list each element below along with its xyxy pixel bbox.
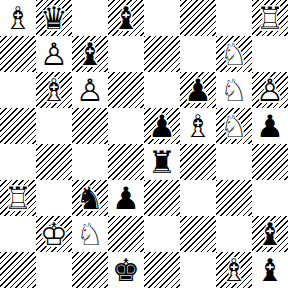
square-c6[interactable]: ♟♙ [72,72,108,108]
square-c5[interactable] [72,108,108,144]
white-rook-icon: ♖ [252,0,288,36]
square-g4[interactable] [216,144,252,180]
square-c2[interactable]: ♞♘ [72,216,108,252]
square-b2[interactable]: ♚♔ [36,216,72,252]
square-e6[interactable] [144,72,180,108]
square-e8[interactable] [144,0,180,36]
square-b5[interactable] [36,108,72,144]
square-c7[interactable]: ♝♝ [72,36,108,72]
black-pawn-icon: ♟ [108,180,144,216]
chess-diagram: ♝♗♛♛♝♝♜♖♟♙♝♝♞♘♝♗♟♙♟♟♞♘♟♙♟♟♝♗♞♘♟♟♜♜♜♖♞♞♟♟… [0,0,288,288]
square-a2[interactable] [0,216,36,252]
white-knight-c2[interactable]: ♞♘ [72,216,108,252]
square-g5[interactable]: ♞♘ [216,108,252,144]
square-d2[interactable] [108,216,144,252]
white-knight-icon: ♘ [216,72,252,108]
white-pawn-c6[interactable]: ♟♙ [72,72,108,108]
square-h8[interactable]: ♜♖ [252,0,288,36]
black-king-icon: ♚ [108,252,144,288]
square-c8[interactable] [72,0,108,36]
square-h4[interactable] [252,144,288,180]
white-bishop-icon: ♗ [0,0,36,36]
square-a3[interactable]: ♜♖ [0,180,36,216]
square-g2[interactable] [216,216,252,252]
square-g1[interactable]: ♝♗ [216,252,252,288]
square-d1[interactable]: ♚♚ [108,252,144,288]
square-e1[interactable] [144,252,180,288]
white-king-b2[interactable]: ♚♔ [36,216,72,252]
square-a7[interactable] [0,36,36,72]
white-knight-icon: ♘ [72,216,108,252]
black-queen-b8[interactable]: ♛♛ [36,0,72,36]
square-h5[interactable]: ♟♟ [252,108,288,144]
white-bishop-f5[interactable]: ♝♗ [180,108,216,144]
square-c1[interactable] [72,252,108,288]
square-e5[interactable]: ♟♟ [144,108,180,144]
white-knight-g6[interactable]: ♞♘ [216,72,252,108]
square-d4[interactable] [108,144,144,180]
square-b7[interactable]: ♟♙ [36,36,72,72]
black-king-d1[interactable]: ♚♚ [108,252,144,288]
square-f1[interactable] [180,252,216,288]
square-h6[interactable]: ♟♙ [252,72,288,108]
square-b1[interactable] [36,252,72,288]
black-bishop-h1[interactable]: ♝♝ [252,252,288,288]
black-pawn-icon: ♟ [144,108,180,144]
square-h2[interactable]: ♝♝ [252,216,288,252]
black-pawn-h5[interactable]: ♟♟ [252,108,288,144]
square-f3[interactable] [180,180,216,216]
square-b4[interactable] [36,144,72,180]
square-a4[interactable] [0,144,36,180]
black-bishop-icon: ♝ [252,216,288,252]
square-f6[interactable]: ♟♟ [180,72,216,108]
square-a8[interactable]: ♝♗ [0,0,36,36]
square-e2[interactable] [144,216,180,252]
white-knight-g7[interactable]: ♞♘ [216,36,252,72]
white-bishop-g1[interactable]: ♝♗ [216,252,252,288]
square-e4[interactable]: ♜♜ [144,144,180,180]
black-bishop-icon: ♝ [252,252,288,288]
white-pawn-h6[interactable]: ♟♙ [252,72,288,108]
black-pawn-icon: ♟ [252,108,288,144]
black-bishop-c7[interactable]: ♝♝ [72,36,108,72]
square-h3[interactable] [252,180,288,216]
square-g6[interactable]: ♞♘ [216,72,252,108]
square-d3[interactable]: ♟♟ [108,180,144,216]
square-f7[interactable] [180,36,216,72]
square-g3[interactable] [216,180,252,216]
square-h1[interactable]: ♝♝ [252,252,288,288]
square-a5[interactable] [0,108,36,144]
black-pawn-icon: ♟ [180,72,216,108]
square-b8[interactable]: ♛♛ [36,0,72,36]
square-c3[interactable]: ♞♞ [72,180,108,216]
black-pawn-e5[interactable]: ♟♟ [144,108,180,144]
white-bishop-b6[interactable]: ♝♗ [36,72,72,108]
square-d8[interactable]: ♝♝ [108,0,144,36]
square-f8[interactable] [180,0,216,36]
black-bishop-h2[interactable]: ♝♝ [252,216,288,252]
white-bishop-icon: ♗ [180,108,216,144]
white-pawn-icon: ♙ [72,72,108,108]
black-rook-e4[interactable]: ♜♜ [144,144,180,180]
square-f4[interactable] [180,144,216,180]
white-knight-icon: ♘ [216,108,252,144]
square-a6[interactable] [0,72,36,108]
square-f2[interactable] [180,216,216,252]
white-pawn-b7[interactable]: ♟♙ [36,36,72,72]
black-pawn-d3[interactable]: ♟♟ [108,180,144,216]
black-queen-icon: ♛ [36,0,72,36]
white-pawn-icon: ♙ [252,72,288,108]
square-d5[interactable] [108,108,144,144]
square-e7[interactable] [144,36,180,72]
square-g8[interactable] [216,0,252,36]
white-king-icon: ♔ [36,216,72,252]
white-knight-g5[interactable]: ♞♘ [216,108,252,144]
square-a1[interactable] [0,252,36,288]
black-knight-c3[interactable]: ♞♞ [72,180,108,216]
black-knight-icon: ♞ [72,180,108,216]
square-d6[interactable] [108,72,144,108]
square-b3[interactable] [36,180,72,216]
square-c4[interactable] [72,144,108,180]
square-e3[interactable] [144,180,180,216]
square-f5[interactable]: ♝♗ [180,108,216,144]
square-h7[interactable] [252,36,288,72]
white-rook-h8[interactable]: ♜♖ [252,0,288,36]
square-b6[interactable]: ♝♗ [36,72,72,108]
square-d7[interactable] [108,36,144,72]
white-bishop-icon: ♗ [216,252,252,288]
black-bishop-icon: ♝ [72,36,108,72]
chess-board: ♝♗♛♛♝♝♜♖♟♙♝♝♞♘♝♗♟♙♟♟♞♘♟♙♟♟♝♗♞♘♟♟♜♜♜♖♞♞♟♟… [0,0,288,288]
white-bishop-icon: ♗ [36,72,72,108]
white-bishop-a8[interactable]: ♝♗ [0,0,36,36]
black-rook-icon: ♜ [144,144,180,180]
black-bishop-icon: ♝ [108,0,144,36]
black-bishop-d8[interactable]: ♝♝ [108,0,144,36]
white-rook-a3[interactable]: ♜♖ [0,180,36,216]
white-rook-icon: ♖ [0,180,36,216]
white-pawn-icon: ♙ [36,36,72,72]
square-g7[interactable]: ♞♘ [216,36,252,72]
black-pawn-f6[interactable]: ♟♟ [180,72,216,108]
white-knight-icon: ♘ [216,36,252,72]
